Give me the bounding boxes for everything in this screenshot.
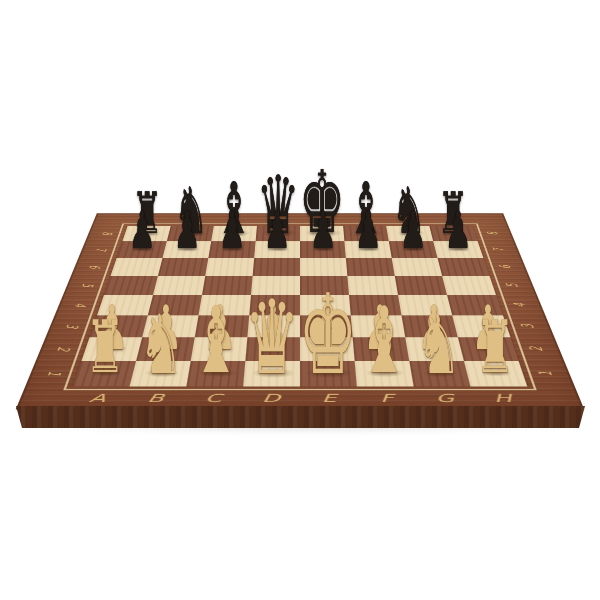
piece-white-bishop-c1: ♝ [192, 296, 241, 387]
piece-black-pawn-c7: ♟ [218, 206, 246, 258]
piece-black-pawn-b7: ♟ [173, 206, 201, 258]
piece-white-rook-a1: ♜ [85, 312, 124, 385]
piece-white-knight-b1: ♞ [139, 304, 183, 386]
chessboard-photo: ABCDEFGH 12345678 12345678 ♜♞♝♛♚♝♞♜♟♟♟♟♟… [0, 0, 600, 600]
piece-black-pawn-f7: ♟ [354, 206, 382, 258]
piece-white-knight-g1: ♞ [417, 304, 461, 386]
pieces-layer: ♜♞♝♛♚♝♞♜♟♟♟♟♟♟♟♟♟♟♟♟♟♟♟♟♜♞♝♛♚♝♞♜ [0, 0, 600, 600]
piece-black-pawn-e7: ♟ [309, 206, 337, 258]
piece-black-pawn-d7: ♟ [264, 206, 292, 258]
piece-white-bishop-f1: ♝ [359, 296, 408, 387]
piece-white-king-e1: ♚ [298, 280, 357, 390]
piece-black-pawn-h7: ♟ [444, 206, 472, 258]
piece-white-queen-d1: ♛ [245, 287, 300, 389]
piece-black-pawn-a7: ♟ [128, 206, 156, 258]
piece-white-rook-h1: ♜ [475, 312, 514, 385]
piece-black-pawn-g7: ♟ [399, 206, 427, 258]
